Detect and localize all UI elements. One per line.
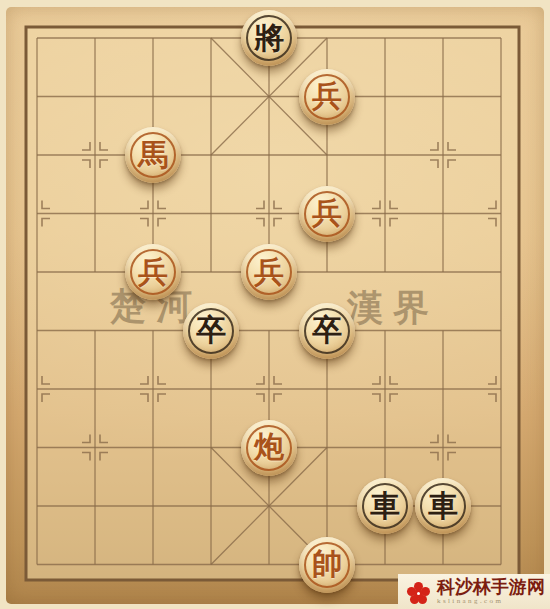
piece-red-cannon[interactable]: 炮	[241, 420, 297, 476]
piece-black-chariot-b[interactable]: 車	[415, 478, 471, 534]
piece-black-soldier-a[interactable]: 卒	[183, 303, 239, 359]
piece-red-soldier-a[interactable]: 兵	[299, 69, 355, 125]
piece-ring	[246, 15, 292, 61]
piece-ring	[362, 483, 408, 529]
flower-petals	[414, 589, 423, 598]
watermark-site-name: 科沙林手游网	[437, 578, 545, 597]
page-background: 楚河 漢界 將兵馬兵兵兵卒卒炮車車帥 科沙林手游网 kslinang.com	[0, 0, 550, 609]
piece-ring	[246, 425, 292, 471]
piece-ring	[420, 483, 466, 529]
piece-red-soldier-c[interactable]: 兵	[125, 244, 181, 300]
watermark: 科沙林手游网 kslinang.com	[398, 574, 550, 609]
piece-red-soldier-b[interactable]: 兵	[299, 186, 355, 242]
piece-red-soldier-d[interactable]: 兵	[241, 244, 297, 300]
piece-ring	[130, 132, 176, 178]
piece-ring	[246, 249, 292, 295]
piece-ring	[304, 74, 350, 120]
piece-ring	[304, 308, 350, 354]
watermark-domain: kslinang.com	[437, 598, 545, 605]
piece-ring	[304, 542, 350, 588]
piece-red-general[interactable]: 帥	[299, 537, 355, 593]
piece-ring	[130, 249, 176, 295]
piece-black-general[interactable]: 將	[241, 10, 297, 66]
piece-ring	[188, 308, 234, 354]
piece-red-horse[interactable]: 馬	[125, 127, 181, 183]
piece-black-soldier-b[interactable]: 卒	[299, 303, 355, 359]
plum-blossom-logo-icon	[405, 579, 431, 605]
piece-black-chariot-a[interactable]: 車	[357, 478, 413, 534]
piece-ring	[304, 191, 350, 237]
piece-layer: 將兵馬兵兵兵卒卒炮車車帥	[8, 9, 530, 594]
